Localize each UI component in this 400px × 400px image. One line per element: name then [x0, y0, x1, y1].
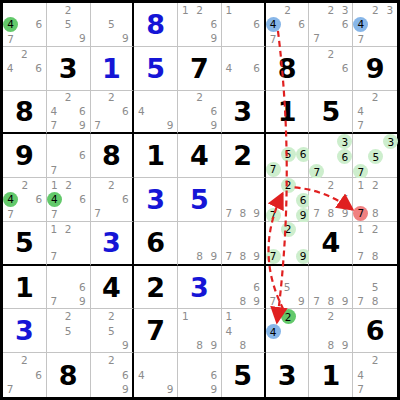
- cell-r8c9[interactable]: 6: [353, 309, 397, 353]
- candidate-slot-8: 8: [236, 250, 250, 264]
- cell-r7c7[interactable]: 579: [266, 266, 310, 310]
- candidate-slot-3: [75, 91, 89, 105]
- candidate-slot-4: 4: [266, 17, 281, 32]
- cell-r5c4[interactable]: 3: [134, 178, 178, 222]
- candidate-slot-2: 2: [281, 309, 296, 324]
- candidate-4-green-highlight: 4: [3, 17, 18, 32]
- cell-r8c8[interactable]: 289: [309, 309, 353, 353]
- pencilmarks: 49: [134, 91, 177, 133]
- pencilmarks: 69: [178, 353, 221, 397]
- cell-r7c6[interactable]: 689: [222, 266, 266, 310]
- candidate-slot-3: [118, 91, 132, 105]
- candidate-3-palegreen-highlight: 3: [337, 134, 352, 149]
- candidate-slot-5: [17, 61, 31, 75]
- candidate-slot-9: 9: [250, 294, 264, 308]
- candidate-slot-6: [294, 280, 308, 294]
- candidate-slot-2: 2: [104, 353, 118, 368]
- candidate-slot-5: [18, 17, 32, 32]
- sudoku-board-wrap: 4672595981269162467236723472463157468269…: [0, 0, 400, 400]
- cell-r3c7[interactable]: 1: [266, 91, 310, 135]
- candidate-slot-5: [324, 149, 337, 164]
- cell-r6c1[interactable]: 5: [3, 222, 47, 266]
- cell-r6c4[interactable]: 6: [134, 222, 178, 266]
- candidate-slot-2: 2: [61, 222, 75, 236]
- candidate-slot-3: [250, 178, 264, 192]
- candidate-slot-9: [75, 163, 89, 177]
- candidate-slot-7: 7: [47, 163, 61, 177]
- candidate-slot-5: [192, 17, 206, 31]
- candidate-slot-4: [353, 192, 368, 206]
- cell-r1c1[interactable]: 467: [3, 3, 47, 47]
- pencilmarks: 89: [178, 222, 221, 264]
- pencilmarks: 789: [222, 178, 264, 221]
- candidate-slot-8: [104, 32, 118, 46]
- cell-r8c1[interactable]: 3: [3, 309, 47, 353]
- cell-r5c9[interactable]: 1278: [353, 178, 397, 222]
- cell-r9c3[interactable]: 269: [91, 353, 135, 397]
- pencilmarks: 25: [47, 309, 90, 352]
- candidate-slot-8: [281, 162, 296, 177]
- pencilmarks: 2467: [266, 3, 309, 46]
- cell-r9c8[interactable]: 1: [309, 353, 353, 397]
- candidate-slot-4: 4: [353, 368, 368, 383]
- candidate-slot-9: 9: [296, 208, 311, 223]
- candidate-slot-8: 8: [324, 207, 338, 221]
- entered-digit: 8: [134, 3, 177, 46]
- candidate-slot-6: 6: [32, 61, 46, 75]
- candidate-slot-1: [353, 266, 368, 280]
- candidate-slot-6: [250, 324, 264, 338]
- candidate-slot-6: [75, 236, 89, 250]
- candidate-slot-3: [32, 3, 46, 17]
- cell-r3c8[interactable]: 5: [309, 91, 353, 135]
- pencilmarks: 2467: [3, 178, 46, 221]
- pencilmarks: 259: [47, 3, 90, 46]
- candidate-slot-6: 6: [75, 104, 89, 118]
- cell-r3c4[interactable]: 49: [134, 91, 178, 135]
- candidate-slot-8: [368, 32, 382, 46]
- candidate-slot-4: 4: [134, 368, 148, 383]
- cell-r2c1[interactable]: 246: [3, 47, 47, 91]
- candidate-4-green-highlight: 4: [47, 192, 62, 207]
- pencilmarks: 467: [3, 3, 46, 46]
- candidate-slot-7: 7: [353, 118, 368, 132]
- cell-r3c5[interactable]: 269: [178, 91, 222, 135]
- candidate-slot-8: [62, 207, 76, 221]
- candidate-slot-9: 9: [207, 382, 221, 397]
- pencilmarks: 2679: [266, 178, 309, 221]
- cell-r3c9[interactable]: 247: [353, 91, 397, 135]
- candidate-slot-6: [118, 324, 132, 338]
- cell-r2c7[interactable]: 8: [266, 47, 310, 91]
- candidate-slot-4: 4: [47, 104, 61, 118]
- given-digit: 8: [91, 134, 133, 177]
- candidate-7-palegreen-highlight: 7: [353, 164, 368, 179]
- candidate-slot-4: [222, 192, 236, 206]
- candidate-slot-3: [207, 91, 221, 105]
- pencilmarks: 267: [91, 178, 133, 221]
- candidate-slot-8: [281, 339, 296, 352]
- pencilmarks: 246: [3, 47, 46, 90]
- pencilmarks: 567: [266, 134, 309, 177]
- candidate-slot-9: [75, 338, 89, 352]
- candidate-slot-7: 7: [309, 32, 323, 46]
- candidate-slot-4: 4: [134, 104, 148, 118]
- pencilmarks: 269: [91, 353, 133, 397]
- candidate-slot-1: [47, 91, 61, 105]
- candidate-4-green-highlight: 4: [3, 192, 18, 207]
- candidate-slot-4: [309, 149, 324, 164]
- candidate-slot-4: [266, 193, 281, 208]
- candidate-slot-2: 2: [61, 309, 75, 323]
- cell-r8c7[interactable]: 24: [266, 309, 310, 353]
- cell-r7c9[interactable]: 578: [353, 266, 397, 310]
- cell-r8c5[interactable]: 189: [178, 309, 222, 353]
- candidate-slot-8: [18, 32, 32, 46]
- candidate-slot-7: 7: [3, 32, 18, 46]
- candidate-slot-3: [338, 309, 352, 323]
- cell-r6c3[interactable]: 3: [91, 222, 135, 266]
- cell-r2c2[interactable]: 3: [47, 47, 91, 91]
- cell-r5c8[interactable]: 26789: [309, 178, 353, 222]
- cell-r1c4[interactable]: 8: [134, 3, 178, 47]
- candidate-slot-8: [368, 382, 383, 397]
- candidate-slot-6: 6: [338, 61, 352, 75]
- candidate-slot-3: [118, 3, 132, 17]
- candidate-slot-5: [368, 104, 383, 118]
- given-digit: 1: [3, 266, 46, 309]
- cell-r2c9[interactable]: 9: [353, 47, 397, 91]
- given-digit: 9: [3, 134, 46, 177]
- candidate-slot-5: [236, 324, 250, 338]
- candidate-slot-9: 9: [75, 118, 89, 132]
- candidate-slot-4: [47, 324, 61, 338]
- candidate-slot-5: [236, 280, 250, 294]
- candidate-slot-6: 6: [118, 192, 132, 206]
- cell-r8c3[interactable]: 259: [91, 309, 135, 353]
- cell-r9c4[interactable]: 49: [134, 353, 178, 397]
- pencilmarks: 1278: [353, 178, 397, 221]
- candidate-slot-7: 7: [353, 164, 368, 179]
- cell-r3c2[interactable]: 24679: [47, 91, 91, 135]
- pencilmarks: 127: [47, 222, 90, 264]
- candidate-slot-1: [353, 91, 368, 105]
- candidate-slot-1: [222, 47, 236, 61]
- cell-r5c7[interactable]: 2679: [266, 178, 310, 222]
- candidate-slot-7: 7: [353, 32, 368, 46]
- candidate-slot-3: [338, 47, 352, 61]
- candidate-slot-3: [163, 91, 177, 105]
- candidate-slot-7: [178, 118, 192, 132]
- cell-r1c2[interactable]: 259: [47, 3, 91, 47]
- candidate-slot-8: [368, 164, 383, 179]
- candidate-slot-5: [192, 104, 206, 118]
- cell-r9c2[interactable]: 8: [47, 353, 91, 397]
- candidate-slot-8: [281, 249, 296, 264]
- cell-r5c1[interactable]: 2467: [3, 178, 47, 222]
- cell-r7c2[interactable]: 679: [47, 266, 91, 310]
- candidate-slot-4: 4: [222, 324, 236, 338]
- candidate-slot-6: 6: [118, 368, 132, 383]
- pencilmarks: 2347: [353, 3, 397, 46]
- cell-r3c1[interactable]: 8: [3, 91, 47, 135]
- cell-r9c9[interactable]: 247: [353, 353, 397, 397]
- cell-r7c4[interactable]: 2: [134, 266, 178, 310]
- candidate-slot-4: 4: [47, 192, 62, 207]
- candidate-slot-5: [281, 237, 296, 249]
- candidate-slot-2: 2: [324, 178, 338, 192]
- candidate-slot-5: [61, 104, 75, 118]
- candidate-slot-1: [91, 353, 105, 368]
- candidate-slot-8: 8: [324, 294, 338, 308]
- candidate-slot-8: [192, 382, 206, 397]
- candidate-slot-3: [250, 3, 264, 17]
- candidate-slot-9: [383, 32, 397, 46]
- candidate-slot-5: [18, 192, 32, 207]
- candidate-slot-7: [134, 118, 148, 132]
- candidate-slot-2: 2: [324, 3, 338, 17]
- candidate-slot-5: [17, 368, 31, 383]
- cell-r8c4[interactable]: 7: [134, 309, 178, 353]
- candidate-slot-8: [236, 32, 250, 46]
- cell-r5c5[interactable]: 5: [178, 178, 222, 222]
- candidate-slot-4: 4: [3, 61, 17, 75]
- cell-r2c3[interactable]: 1: [91, 47, 135, 91]
- candidate-slot-4: [178, 368, 192, 383]
- cell-r7c3[interactable]: 4: [91, 266, 135, 310]
- candidate-slot-3: [207, 3, 221, 17]
- cell-r7c5[interactable]: 3: [178, 266, 222, 310]
- entered-digit: 3: [3, 309, 46, 352]
- candidate-slot-2: [236, 309, 250, 323]
- candidate-slot-1: 1: [178, 3, 192, 17]
- cell-r5c6[interactable]: 789: [222, 178, 266, 222]
- entered-digit: 5: [134, 47, 177, 90]
- cell-r4c7[interactable]: 567: [266, 134, 310, 178]
- candidate-slot-3: [295, 3, 309, 17]
- candidate-slot-8: [104, 338, 118, 352]
- candidate-slot-7: [47, 338, 61, 352]
- candidate-slot-1: [309, 134, 324, 149]
- candidate-slot-8: 8: [236, 338, 250, 352]
- candidate-slot-7: 7: [222, 250, 236, 264]
- candidate-slot-4: [91, 368, 105, 383]
- candidate-slot-2: 2: [192, 3, 206, 17]
- candidate-slot-5: [236, 61, 250, 75]
- candidate-slot-8: [192, 32, 206, 46]
- candidate-slot-3: [338, 266, 352, 280]
- candidate-slot-8: [18, 207, 32, 221]
- given-digit: 5: [309, 91, 352, 133]
- candidate-slot-3: [338, 178, 352, 192]
- candidate-slot-6: 6: [250, 17, 264, 31]
- candidate-slot-9: [250, 75, 264, 89]
- candidate-slot-7: 7: [47, 118, 61, 132]
- candidate-slot-1: [266, 178, 281, 193]
- cell-r9c7[interactable]: 3: [266, 353, 310, 397]
- candidate-slot-5: [281, 324, 296, 339]
- candidate-slot-3: [32, 47, 46, 61]
- candidate-slot-1: [266, 266, 280, 280]
- candidate-slot-1: [309, 47, 323, 61]
- pencilmarks: 267: [91, 91, 133, 133]
- pencilmarks: 26: [309, 47, 352, 90]
- candidate-slot-7: [134, 382, 148, 397]
- pencilmarks: 578: [353, 266, 397, 309]
- candidate-slot-2: 2: [192, 91, 206, 105]
- candidate-slot-7: 7: [353, 294, 368, 308]
- cell-r1c9[interactable]: 2347: [353, 3, 397, 47]
- candidate-slot-9: 9: [118, 338, 132, 352]
- cell-r6c7[interactable]: 279: [266, 222, 310, 266]
- candidate-slot-7: [178, 32, 192, 46]
- cell-r2c8[interactable]: 26: [309, 47, 353, 91]
- candidate-slot-7: [91, 382, 105, 397]
- cell-r8c6[interactable]: 148: [222, 309, 266, 353]
- candidate-slot-8: [324, 32, 338, 46]
- candidate-slot-5: 5: [104, 17, 118, 31]
- candidate-slot-6: 6: [295, 17, 309, 32]
- candidate-slot-4: [309, 192, 323, 206]
- candidate-9-palegreen-highlight: 9: [296, 249, 311, 264]
- candidate-slot-6: [118, 17, 132, 31]
- candidate-slot-9: 9: [207, 338, 221, 352]
- candidate-slot-3: [75, 3, 89, 17]
- candidate-slot-9: [383, 164, 398, 179]
- candidate-slot-3: [296, 134, 311, 147]
- candidate-slot-4: [91, 192, 105, 206]
- cell-r6c2[interactable]: 127: [47, 222, 91, 266]
- candidate-slot-3: [76, 178, 90, 192]
- cell-r5c3[interactable]: 267: [91, 178, 135, 222]
- candidate-slot-5: [61, 149, 75, 163]
- candidate-slot-4: [353, 280, 368, 294]
- candidate-slot-1: 1: [47, 222, 61, 236]
- candidate-slot-4: [178, 324, 192, 338]
- candidate-slot-3: [207, 353, 221, 368]
- candidate-slot-3: [32, 178, 46, 192]
- candidate-slot-6: 6: [207, 17, 221, 31]
- given-digit: 2: [134, 266, 177, 309]
- cell-r2c5[interactable]: 7: [178, 47, 222, 91]
- candidate-slot-6: 6: [32, 17, 46, 32]
- cell-r9c5[interactable]: 69: [178, 353, 222, 397]
- candidate-slot-1: [134, 353, 148, 368]
- cell-r4c4[interactable]: 1: [134, 134, 178, 178]
- entered-digit: 3: [134, 178, 177, 221]
- candidate-7-palegreen-highlight: 7: [266, 249, 281, 264]
- candidate-slot-4: [309, 324, 323, 338]
- cell-r1c8[interactable]: 2367: [309, 3, 353, 47]
- candidate-slot-8: [61, 338, 75, 352]
- candidate-slot-8: [104, 118, 118, 132]
- candidate-slot-8: 8: [236, 207, 250, 221]
- cell-r4c5[interactable]: 4: [178, 134, 222, 178]
- candidate-slot-2: [61, 266, 75, 280]
- cell-r6c8[interactable]: 4: [309, 222, 353, 266]
- candidate-slot-7: [222, 75, 236, 89]
- candidate-slot-4: [222, 236, 236, 250]
- cell-r6c6[interactable]: 789: [222, 222, 266, 266]
- candidate-slot-3: [294, 266, 308, 280]
- pencilmarks: 267: [3, 353, 46, 397]
- candidate-slot-3: [296, 222, 311, 237]
- candidate-slot-9: [118, 207, 132, 221]
- given-digit: 4: [91, 266, 133, 309]
- candidate-slot-8: 8: [368, 250, 383, 264]
- candidate-slot-1: [3, 353, 17, 368]
- candidate-4-blue-highlight: 4: [266, 17, 281, 32]
- cell-r1c5[interactable]: 1269: [178, 3, 222, 47]
- candidate-6-palegreen-highlight: 6: [337, 149, 352, 164]
- cell-r6c9[interactable]: 1278: [353, 222, 397, 266]
- pencilmarks: 689: [222, 266, 264, 309]
- candidate-slot-1: [353, 353, 368, 368]
- candidate-slot-8: [61, 32, 75, 46]
- candidate-4-blue-highlight: 4: [353, 17, 368, 32]
- cell-r1c6[interactable]: 16: [222, 3, 266, 47]
- cell-r6c5[interactable]: 89: [178, 222, 222, 266]
- candidate-slot-6: 6: [250, 280, 264, 294]
- candidate-slot-3: 3: [338, 3, 352, 17]
- cell-r1c7[interactable]: 2467: [266, 3, 310, 47]
- cell-r2c4[interactable]: 5: [134, 47, 178, 91]
- candidate-slot-7: 7: [47, 207, 62, 221]
- candidate-slot-6: [383, 149, 398, 164]
- candidate-slot-8: [61, 163, 75, 177]
- cell-r4c8[interactable]: 367: [309, 134, 353, 178]
- given-digit: 3: [47, 47, 90, 90]
- candidate-slot-2: 2: [368, 3, 382, 17]
- candidate-slot-6: [382, 368, 397, 383]
- candidate-slot-2: [368, 266, 383, 280]
- cell-r7c8[interactable]: 789: [309, 266, 353, 310]
- candidate-slot-1: [91, 3, 105, 17]
- cell-r4c2[interactable]: 67: [47, 134, 91, 178]
- candidate-slot-2: [192, 309, 206, 323]
- cell-r4c1[interactable]: 9: [3, 134, 47, 178]
- candidate-slot-4: [309, 61, 323, 75]
- candidate-slot-2: 2: [61, 91, 75, 105]
- cell-r9c1[interactable]: 267: [3, 353, 47, 397]
- cell-r3c3[interactable]: 267: [91, 91, 135, 135]
- cell-r4c9[interactable]: 357: [353, 134, 397, 178]
- cell-r2c6[interactable]: 46: [222, 47, 266, 91]
- cell-r4c6[interactable]: 2: [222, 134, 266, 178]
- cell-r9c6[interactable]: 5: [222, 353, 266, 397]
- candidate-slot-6: [382, 280, 397, 294]
- candidate-slot-5: [62, 192, 76, 207]
- candidate-slot-1: 1: [222, 3, 236, 17]
- cell-r7c1[interactable]: 1: [3, 266, 47, 310]
- candidate-slot-7: 7: [266, 162, 281, 177]
- cell-r4c3[interactable]: 8: [91, 134, 135, 178]
- candidate-slot-1: 1: [353, 222, 368, 236]
- given-digit: 6: [353, 309, 397, 352]
- candidate-slot-7: 7: [222, 207, 236, 221]
- given-digit: 8: [3, 91, 46, 133]
- pencilmarks: 1278: [353, 222, 397, 264]
- candidate-slot-5: [368, 17, 382, 32]
- cell-r8c2[interactable]: 25: [47, 309, 91, 353]
- cell-r1c3[interactable]: 59: [91, 3, 135, 47]
- candidate-slot-7: [266, 339, 281, 352]
- candidate-slot-8: [104, 382, 118, 397]
- candidate-slot-5: 5: [368, 280, 383, 294]
- cell-r3c6[interactable]: 3: [222, 91, 266, 135]
- cell-r5c2[interactable]: 12467: [47, 178, 91, 222]
- candidate-slot-5: [104, 192, 118, 206]
